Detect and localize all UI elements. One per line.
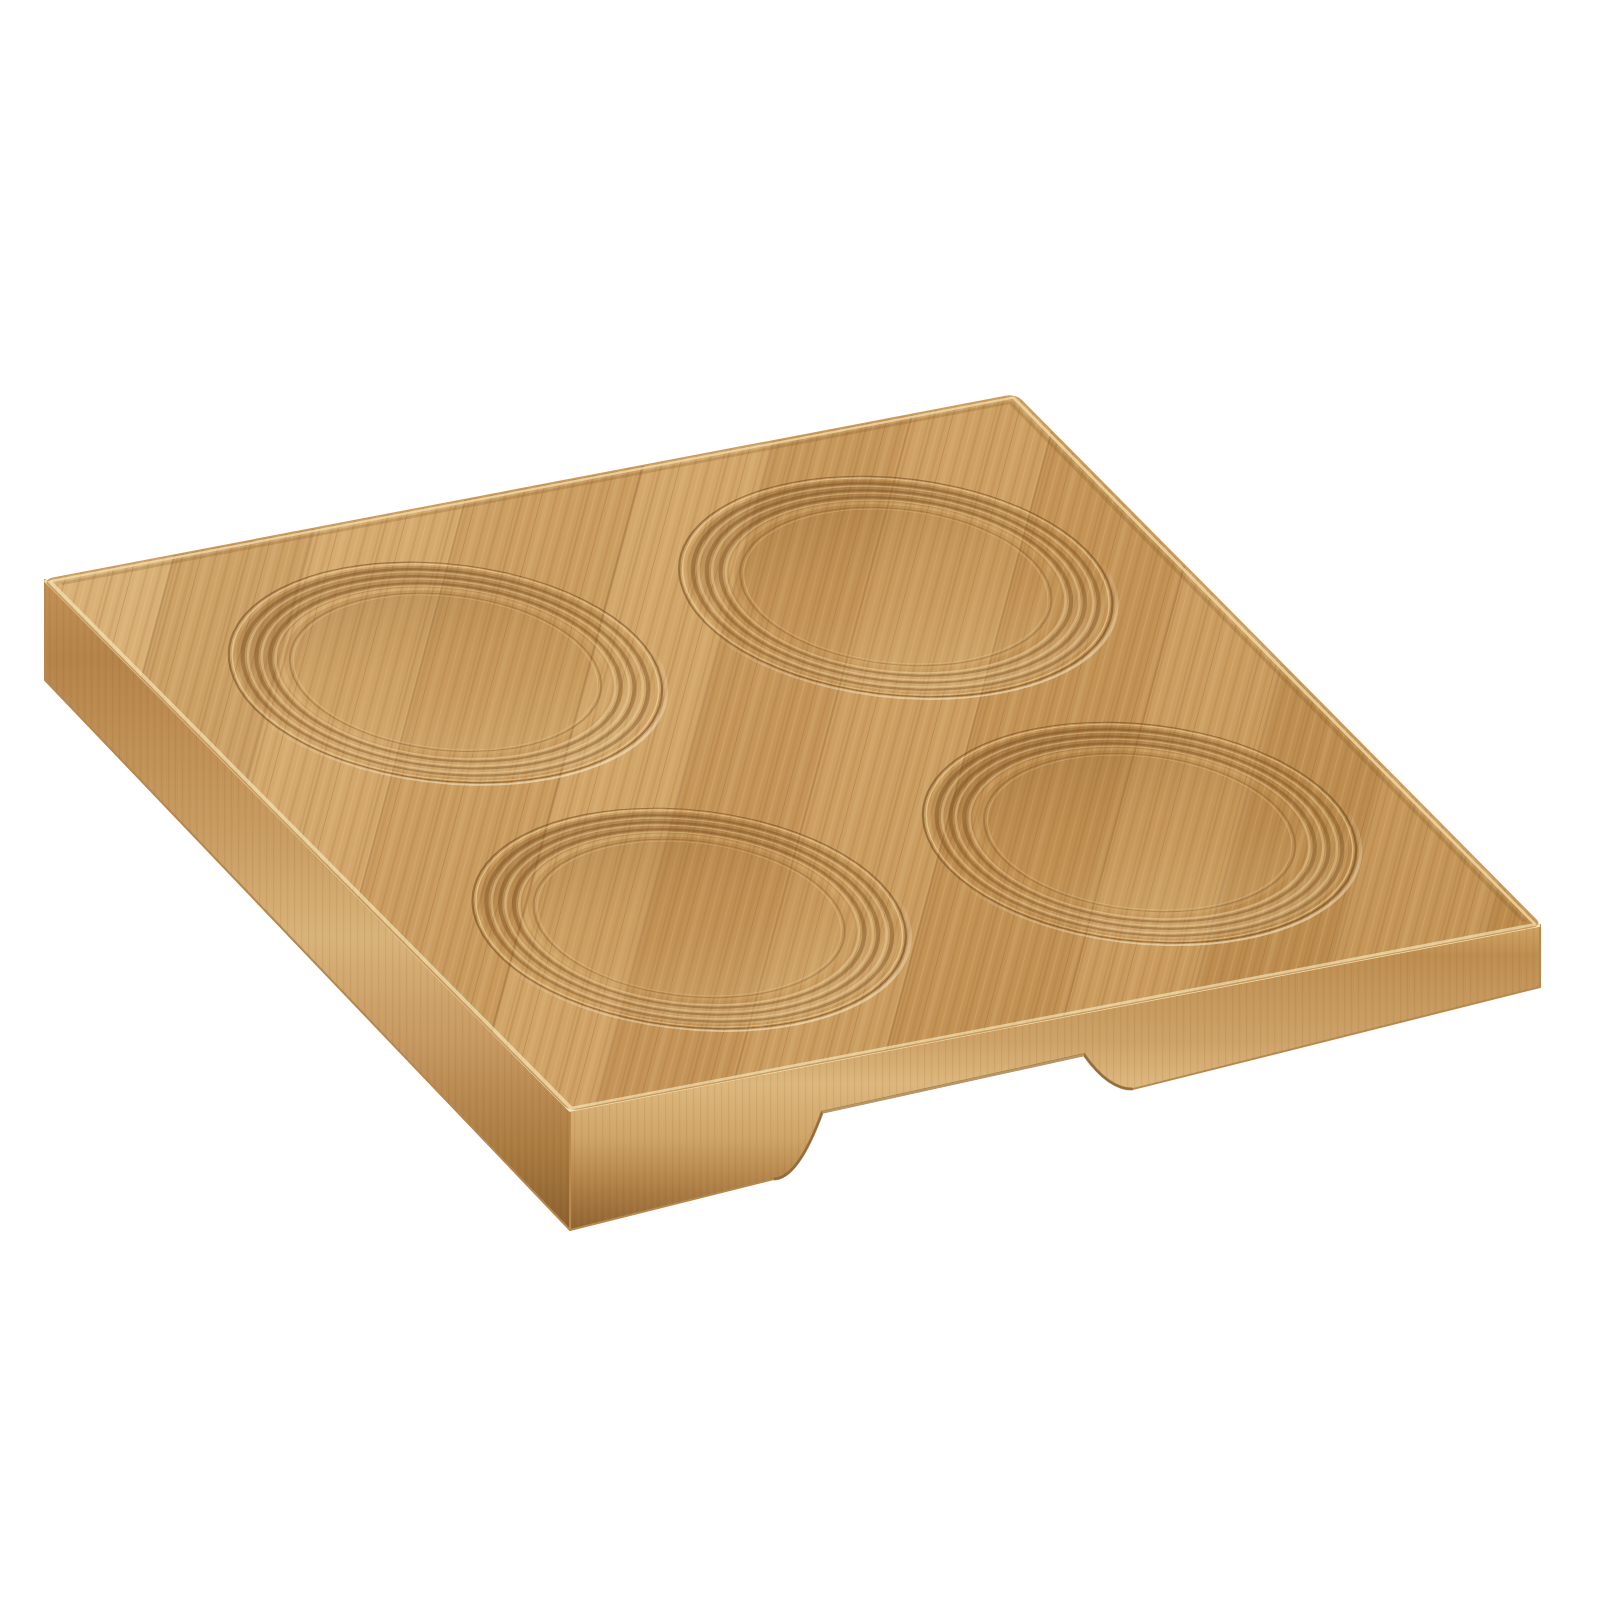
photo-stage: Square bamboo tray with four round stepp… bbox=[0, 0, 1600, 1600]
bamboo-tray-photo bbox=[0, 0, 1600, 1600]
